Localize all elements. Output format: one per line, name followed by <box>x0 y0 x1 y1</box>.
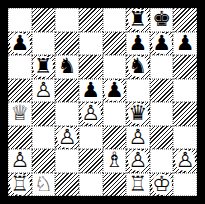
square-b2[interactable] <box>32 149 56 173</box>
square-h2[interactable]: ♙ <box>173 149 197 173</box>
square-d1[interactable] <box>79 173 103 197</box>
piece-white-pawn[interactable]: ♙ <box>175 150 195 171</box>
piece-black-knight[interactable]: ♞ <box>128 56 148 77</box>
piece-black-king[interactable]: ♚ <box>152 9 172 30</box>
piece-white-rook[interactable]: ♖ <box>128 174 148 195</box>
piece-black-pawn[interactable]: ♟ <box>81 80 101 101</box>
piece-white-pawn[interactable]: ♙ <box>57 127 77 148</box>
square-h7[interactable]: ♟ <box>173 32 197 56</box>
square-e8[interactable] <box>103 8 127 32</box>
square-g1[interactable]: ♔ <box>150 173 174 197</box>
square-d7[interactable] <box>79 32 103 56</box>
square-e7[interactable] <box>103 32 127 56</box>
square-h1[interactable] <box>173 173 197 197</box>
piece-black-knight[interactable]: ♞ <box>57 56 77 77</box>
square-e5[interactable]: ♟ <box>103 79 127 103</box>
square-f1[interactable]: ♖ <box>126 173 150 197</box>
square-g7[interactable]: ♟ <box>150 32 174 56</box>
chess-board: ♜♚♟♟♟♟♜♞♞♙♟♟♕♙♛♙♙♙♗♙♙♖♘♖♔ <box>8 8 197 196</box>
square-d3[interactable] <box>79 126 103 150</box>
square-d4[interactable]: ♙ <box>79 102 103 126</box>
piece-white-pawn[interactable]: ♙ <box>10 150 30 171</box>
square-a6[interactable] <box>8 55 32 79</box>
square-b3[interactable] <box>32 126 56 150</box>
square-f2[interactable]: ♙ <box>126 149 150 173</box>
square-c8[interactable] <box>55 8 79 32</box>
piece-white-king[interactable]: ♔ <box>152 174 172 195</box>
square-g4[interactable] <box>150 102 174 126</box>
square-d8[interactable] <box>79 8 103 32</box>
square-a2[interactable]: ♙ <box>8 149 32 173</box>
chess-diagram: ♜♚♟♟♟♟♜♞♞♙♟♟♕♙♛♙♙♙♗♙♙♖♘♖♔ <box>0 0 205 204</box>
piece-white-bishop[interactable]: ♗ <box>104 150 124 171</box>
piece-black-pawn[interactable]: ♟ <box>10 33 30 54</box>
square-c7[interactable] <box>55 32 79 56</box>
square-g2[interactable] <box>150 149 174 173</box>
square-b8[interactable] <box>32 8 56 32</box>
piece-white-pawn[interactable]: ♙ <box>33 80 53 101</box>
square-e3[interactable] <box>103 126 127 150</box>
square-e2[interactable]: ♗ <box>103 149 127 173</box>
piece-black-pawn[interactable]: ♟ <box>104 80 124 101</box>
square-a4[interactable]: ♕ <box>8 102 32 126</box>
square-b4[interactable] <box>32 102 56 126</box>
square-a1[interactable]: ♖ <box>8 173 32 197</box>
square-e1[interactable] <box>103 173 127 197</box>
square-d6[interactable] <box>79 55 103 79</box>
piece-black-rook[interactable]: ♜ <box>128 9 148 30</box>
piece-black-rook[interactable]: ♜ <box>33 56 53 77</box>
square-a5[interactable] <box>8 79 32 103</box>
square-c6[interactable]: ♞ <box>55 55 79 79</box>
square-d5[interactable]: ♟ <box>79 79 103 103</box>
square-b6[interactable]: ♜ <box>32 55 56 79</box>
square-h3[interactable] <box>173 126 197 150</box>
square-g5[interactable] <box>150 79 174 103</box>
square-c3[interactable]: ♙ <box>55 126 79 150</box>
square-c5[interactable] <box>55 79 79 103</box>
piece-black-pawn[interactable]: ♟ <box>175 33 195 54</box>
square-b5[interactable]: ♙ <box>32 79 56 103</box>
square-f6[interactable]: ♞ <box>126 55 150 79</box>
piece-white-pawn[interactable]: ♙ <box>81 103 101 124</box>
square-f5[interactable] <box>126 79 150 103</box>
piece-white-rook[interactable]: ♖ <box>10 174 30 195</box>
piece-white-queen[interactable]: ♕ <box>10 103 30 124</box>
square-f3[interactable]: ♙ <box>126 126 150 150</box>
piece-black-pawn[interactable]: ♟ <box>128 33 148 54</box>
square-f8[interactable]: ♜ <box>126 8 150 32</box>
square-h8[interactable] <box>173 8 197 32</box>
square-g3[interactable] <box>150 126 174 150</box>
square-a8[interactable] <box>8 8 32 32</box>
square-h6[interactable] <box>173 55 197 79</box>
piece-white-knight[interactable]: ♘ <box>33 174 53 195</box>
square-c4[interactable] <box>55 102 79 126</box>
square-c1[interactable] <box>55 173 79 197</box>
square-e6[interactable] <box>103 55 127 79</box>
piece-white-pawn[interactable]: ♙ <box>128 150 148 171</box>
square-g6[interactable] <box>150 55 174 79</box>
piece-white-pawn[interactable]: ♙ <box>128 127 148 148</box>
square-a7[interactable]: ♟ <box>8 32 32 56</box>
piece-black-pawn[interactable]: ♟ <box>152 33 172 54</box>
square-e4[interactable] <box>103 102 127 126</box>
square-f4[interactable]: ♛ <box>126 102 150 126</box>
square-a3[interactable] <box>8 126 32 150</box>
square-b7[interactable] <box>32 32 56 56</box>
square-g8[interactable]: ♚ <box>150 8 174 32</box>
square-c2[interactable] <box>55 149 79 173</box>
square-d2[interactable] <box>79 149 103 173</box>
square-h5[interactable] <box>173 79 197 103</box>
square-b1[interactable]: ♘ <box>32 173 56 197</box>
square-f7[interactable]: ♟ <box>126 32 150 56</box>
square-h4[interactable] <box>173 102 197 126</box>
piece-black-queen[interactable]: ♛ <box>128 103 148 124</box>
